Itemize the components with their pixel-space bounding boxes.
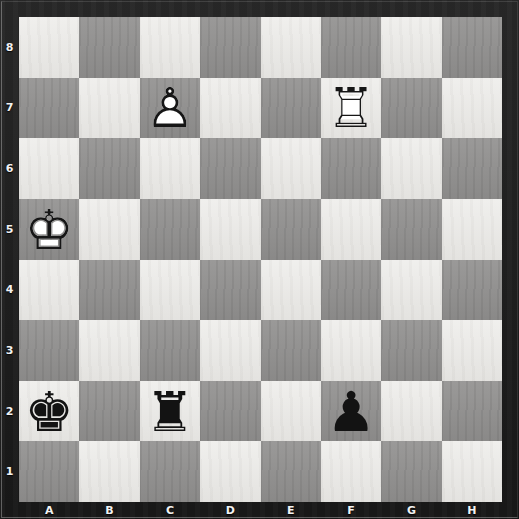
- square-d6[interactable]: [200, 138, 260, 199]
- square-h4[interactable]: [442, 260, 502, 321]
- king-outline-glyph: ♔: [25, 198, 74, 262]
- square-e1[interactable]: [261, 441, 321, 502]
- rank-label-5: 5: [0, 199, 19, 260]
- square-h1[interactable]: [442, 441, 502, 502]
- square-f5[interactable]: [321, 199, 381, 260]
- square-f6[interactable]: [321, 138, 381, 199]
- square-c3[interactable]: [140, 320, 200, 381]
- rank-label-1: 1: [0, 441, 19, 502]
- square-e5[interactable]: [261, 199, 321, 260]
- square-d7[interactable]: [200, 78, 260, 139]
- rank-labels: 87654321: [0, 17, 19, 502]
- square-b6[interactable]: [79, 138, 139, 199]
- white-king-a5[interactable]: ♚♔: [25, 203, 74, 258]
- file-label-c: C: [140, 502, 200, 519]
- rank-label-4: 4: [0, 260, 19, 321]
- square-f2[interactable]: ♟: [321, 381, 381, 442]
- white-pawn-c7[interactable]: ♟♙: [145, 81, 194, 136]
- square-a2[interactable]: ♚: [19, 381, 79, 442]
- square-f1[interactable]: [321, 441, 381, 502]
- rank-label-6: 6: [0, 138, 19, 199]
- square-b5[interactable]: [79, 199, 139, 260]
- square-e3[interactable]: [261, 320, 321, 381]
- square-g8[interactable]: [381, 17, 441, 78]
- square-d4[interactable]: [200, 260, 260, 321]
- square-a1[interactable]: [19, 441, 79, 502]
- black-rook-c2[interactable]: ♜: [145, 385, 194, 440]
- square-g4[interactable]: [381, 260, 441, 321]
- square-e8[interactable]: [261, 17, 321, 78]
- square-h2[interactable]: [442, 381, 502, 442]
- square-d1[interactable]: [200, 441, 260, 502]
- square-c2[interactable]: ♜: [140, 381, 200, 442]
- white-rook-f7[interactable]: ♜♖: [326, 81, 375, 136]
- square-a6[interactable]: [19, 138, 79, 199]
- square-e7[interactable]: [261, 78, 321, 139]
- square-f4[interactable]: [321, 260, 381, 321]
- square-c8[interactable]: [140, 17, 200, 78]
- square-c1[interactable]: [140, 441, 200, 502]
- square-g1[interactable]: [381, 441, 441, 502]
- square-g7[interactable]: [381, 78, 441, 139]
- square-e4[interactable]: [261, 260, 321, 321]
- square-d8[interactable]: [200, 17, 260, 78]
- rank-label-8: 8: [0, 17, 19, 78]
- rank-label-2: 2: [0, 381, 19, 442]
- board-squares: ♟♙♜♖♚♔♚♜♟: [19, 17, 502, 502]
- file-label-e: E: [261, 502, 321, 519]
- square-d3[interactable]: [200, 320, 260, 381]
- square-b8[interactable]: [79, 17, 139, 78]
- square-e2[interactable]: [261, 381, 321, 442]
- square-b7[interactable]: [79, 78, 139, 139]
- rook-outline-glyph: ♖: [326, 76, 375, 140]
- square-a5[interactable]: ♚♔: [19, 199, 79, 260]
- file-label-g: G: [381, 502, 441, 519]
- square-b3[interactable]: [79, 320, 139, 381]
- square-h8[interactable]: [442, 17, 502, 78]
- square-d2[interactable]: [200, 381, 260, 442]
- square-g6[interactable]: [381, 138, 441, 199]
- square-a8[interactable]: [19, 17, 79, 78]
- square-g3[interactable]: [381, 320, 441, 381]
- square-e6[interactable]: [261, 138, 321, 199]
- file-label-f: F: [321, 502, 381, 519]
- square-b1[interactable]: [79, 441, 139, 502]
- square-d5[interactable]: [200, 199, 260, 260]
- square-a3[interactable]: [19, 320, 79, 381]
- square-g2[interactable]: [381, 381, 441, 442]
- square-g5[interactable]: [381, 199, 441, 260]
- square-h5[interactable]: [442, 199, 502, 260]
- pawn-outline-glyph: ♙: [145, 76, 194, 140]
- square-h3[interactable]: [442, 320, 502, 381]
- black-pawn-f2[interactable]: ♟: [326, 385, 375, 440]
- square-b4[interactable]: [79, 260, 139, 321]
- square-h7[interactable]: [442, 78, 502, 139]
- file-label-d: D: [200, 502, 260, 519]
- file-label-a: A: [19, 502, 79, 519]
- chess-board-frame: 87654321 ♟♙♜♖♚♔♚♜♟ ABCDEFGH: [0, 0, 519, 519]
- square-c5[interactable]: [140, 199, 200, 260]
- rank-label-3: 3: [0, 320, 19, 381]
- square-f8[interactable]: [321, 17, 381, 78]
- square-a7[interactable]: [19, 78, 79, 139]
- square-a4[interactable]: [19, 260, 79, 321]
- rank-label-7: 7: [0, 78, 19, 139]
- square-c7[interactable]: ♟♙: [140, 78, 200, 139]
- square-h6[interactable]: [442, 138, 502, 199]
- square-f3[interactable]: [321, 320, 381, 381]
- file-labels: ABCDEFGH: [19, 502, 502, 519]
- square-b2[interactable]: [79, 381, 139, 442]
- square-c4[interactable]: [140, 260, 200, 321]
- file-label-h: H: [442, 502, 502, 519]
- square-f7[interactable]: ♜♖: [321, 78, 381, 139]
- file-label-b: B: [79, 502, 139, 519]
- square-c6[interactable]: [140, 138, 200, 199]
- black-king-a2[interactable]: ♚: [25, 385, 74, 440]
